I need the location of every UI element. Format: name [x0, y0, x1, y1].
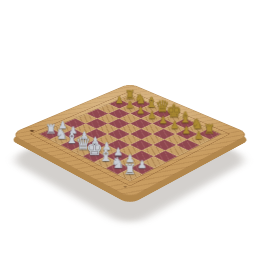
white-rook-h1: ♜	[121, 162, 138, 176]
square-h7: ♟	[187, 134, 210, 145]
wood-knot	[29, 129, 35, 132]
square-h1: ♜	[118, 168, 143, 181]
chess-board: ♜♞♝♛♚♝♞♜♟♟♟♟♟♟♟♟♟♟♟♟♟♟♟♟♜♞♝♛♚♝♞♜	[10, 83, 250, 198]
black-pawn-h7: ♟	[191, 131, 207, 141]
photo-scene: ♜♞♝♛♚♝♞♜♟♟♟♟♟♟♟♟♟♟♟♟♟♟♟♟♜♞♝♛♚♝♞♜	[0, 0, 260, 260]
chess-set-product-photo: ♜♞♝♛♚♝♞♜♟♟♟♟♟♟♟♟♟♟♟♟♟♟♟♟♜♞♝♛♚♝♞♜	[0, 0, 260, 260]
square-g5	[153, 139, 176, 150]
wood-knot	[123, 186, 128, 188]
